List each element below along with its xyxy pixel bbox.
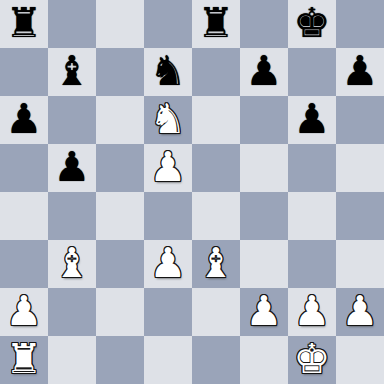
square-e4[interactable] (192, 192, 240, 240)
square-c3[interactable] (96, 240, 144, 288)
white-pawn-piece[interactable]: ♟ (150, 239, 187, 287)
square-d7[interactable]: ♞ (144, 48, 192, 96)
square-e2[interactable] (192, 288, 240, 336)
square-e6[interactable] (192, 96, 240, 144)
square-c6[interactable] (96, 96, 144, 144)
square-a2[interactable]: ♟ (0, 288, 48, 336)
square-g7[interactable] (288, 48, 336, 96)
square-a8[interactable]: ♜ (0, 0, 48, 48)
square-h7[interactable]: ♟ (336, 48, 384, 96)
square-a1[interactable]: ♜ (0, 336, 48, 384)
square-e7[interactable] (192, 48, 240, 96)
square-g2[interactable]: ♟ (288, 288, 336, 336)
square-a5[interactable] (0, 144, 48, 192)
square-a7[interactable] (0, 48, 48, 96)
white-pawn-piece[interactable]: ♟ (150, 143, 187, 191)
black-pawn-piece[interactable]: ♟ (294, 95, 331, 143)
square-e8[interactable]: ♜ (192, 0, 240, 48)
black-knight-piece[interactable]: ♞ (150, 47, 187, 95)
white-pawn-piece[interactable]: ♟ (246, 287, 283, 335)
square-d5[interactable]: ♟ (144, 144, 192, 192)
white-rook-piece[interactable]: ♜ (6, 335, 43, 383)
square-b2[interactable] (48, 288, 96, 336)
black-king-piece[interactable]: ♚ (294, 0, 331, 47)
square-f1[interactable] (240, 336, 288, 384)
square-b3[interactable]: ♝ (48, 240, 96, 288)
square-g8[interactable]: ♚ (288, 0, 336, 48)
black-pawn-piece[interactable]: ♟ (6, 95, 43, 143)
square-d3[interactable]: ♟ (144, 240, 192, 288)
square-h2[interactable]: ♟ (336, 288, 384, 336)
square-h5[interactable] (336, 144, 384, 192)
square-b7[interactable]: ♝ (48, 48, 96, 96)
square-h6[interactable] (336, 96, 384, 144)
square-a3[interactable] (0, 240, 48, 288)
square-e1[interactable] (192, 336, 240, 384)
square-f5[interactable] (240, 144, 288, 192)
chess-board: ♜♜♚♝♞♟♟♟♞♟♟♟♝♟♝♟♟♟♟♜♚ (0, 0, 384, 384)
square-b4[interactable] (48, 192, 96, 240)
square-f3[interactable] (240, 240, 288, 288)
square-c1[interactable] (96, 336, 144, 384)
black-rook-piece[interactable]: ♜ (198, 0, 235, 47)
white-bishop-piece[interactable]: ♝ (198, 239, 235, 287)
square-g3[interactable] (288, 240, 336, 288)
square-b8[interactable] (48, 0, 96, 48)
black-pawn-piece[interactable]: ♟ (342, 47, 379, 95)
square-b6[interactable] (48, 96, 96, 144)
square-d8[interactable] (144, 0, 192, 48)
square-d6[interactable]: ♞ (144, 96, 192, 144)
square-c2[interactable] (96, 288, 144, 336)
square-a6[interactable]: ♟ (0, 96, 48, 144)
square-b5[interactable]: ♟ (48, 144, 96, 192)
square-b1[interactable] (48, 336, 96, 384)
square-f8[interactable] (240, 0, 288, 48)
black-pawn-piece[interactable]: ♟ (246, 47, 283, 95)
white-bishop-piece[interactable]: ♝ (54, 239, 91, 287)
black-rook-piece[interactable]: ♜ (6, 0, 43, 47)
square-d1[interactable] (144, 336, 192, 384)
black-bishop-piece[interactable]: ♝ (54, 47, 91, 95)
square-d4[interactable] (144, 192, 192, 240)
square-g4[interactable] (288, 192, 336, 240)
white-knight-piece[interactable]: ♞ (150, 95, 187, 143)
square-g5[interactable] (288, 144, 336, 192)
white-pawn-piece[interactable]: ♟ (294, 287, 331, 335)
square-f4[interactable] (240, 192, 288, 240)
square-e5[interactable] (192, 144, 240, 192)
square-f2[interactable]: ♟ (240, 288, 288, 336)
white-pawn-piece[interactable]: ♟ (342, 287, 379, 335)
black-pawn-piece[interactable]: ♟ (54, 143, 91, 191)
square-c7[interactable] (96, 48, 144, 96)
square-f6[interactable] (240, 96, 288, 144)
square-f7[interactable]: ♟ (240, 48, 288, 96)
square-h3[interactable] (336, 240, 384, 288)
square-g1[interactable]: ♚ (288, 336, 336, 384)
square-a4[interactable] (0, 192, 48, 240)
square-h1[interactable] (336, 336, 384, 384)
square-d2[interactable] (144, 288, 192, 336)
square-c8[interactable] (96, 0, 144, 48)
square-h4[interactable] (336, 192, 384, 240)
white-king-piece[interactable]: ♚ (294, 335, 331, 383)
square-c4[interactable] (96, 192, 144, 240)
square-c5[interactable] (96, 144, 144, 192)
square-e3[interactable]: ♝ (192, 240, 240, 288)
square-g6[interactable]: ♟ (288, 96, 336, 144)
white-pawn-piece[interactable]: ♟ (6, 287, 43, 335)
square-h8[interactable] (336, 0, 384, 48)
